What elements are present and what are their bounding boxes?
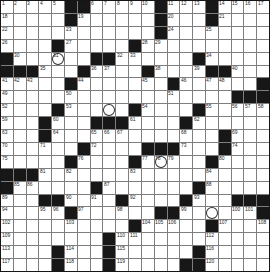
cell-r10c5[interactable]: 60 xyxy=(52,117,64,129)
cell-r8c7[interactable] xyxy=(78,91,90,103)
cell-r21c6[interactable]: 118 xyxy=(65,259,77,271)
cell-r3c21[interactable] xyxy=(257,27,269,39)
cell-r17c8[interactable] xyxy=(91,207,103,219)
cell-r9c3[interactable] xyxy=(27,104,39,116)
cell-r14c16[interactable] xyxy=(193,169,205,181)
cell-r13c18[interactable]: 80 xyxy=(219,156,231,168)
cell-r9c12[interactable]: 54 xyxy=(142,104,154,116)
cell-r17c15[interactable]: 99 xyxy=(180,207,192,219)
cell-r8c13[interactable] xyxy=(155,91,167,103)
cell-r7c11[interactable] xyxy=(129,78,141,90)
cell-r20c17[interactable]: 116 xyxy=(206,246,218,258)
cell-r16c12[interactable] xyxy=(142,195,154,207)
cell-r3c19[interactable] xyxy=(232,27,244,39)
cell-r17c4[interactable]: 95 xyxy=(39,207,51,219)
cell-r1c10[interactable]: 8 xyxy=(116,1,128,13)
cell-r17c3[interactable] xyxy=(27,207,39,219)
cell-r14c12[interactable] xyxy=(142,169,154,181)
cell-r13c21[interactable] xyxy=(257,156,269,168)
cell-r15c13[interactable] xyxy=(155,182,167,194)
cell-r14c7[interactable] xyxy=(78,169,90,181)
cell-r9c15[interactable] xyxy=(180,104,192,116)
cell-r11c13[interactable] xyxy=(155,130,167,142)
cell-r4c4[interactable] xyxy=(39,40,51,52)
cell-r10c21[interactable] xyxy=(257,117,269,129)
cell-r8c4[interactable] xyxy=(39,91,51,103)
cell-r6c8[interactable]: 36 xyxy=(91,66,103,78)
cell-r1c18[interactable]: 14 xyxy=(219,1,231,13)
cell-r12c6[interactable] xyxy=(65,143,77,155)
cell-r14c11[interactable]: 83 xyxy=(129,169,141,181)
cell-r3c17[interactable]: 25 xyxy=(206,27,218,39)
cell-r19c3[interactable] xyxy=(27,233,39,245)
cell-r10c14[interactable] xyxy=(168,117,180,129)
cell-r5c7[interactable] xyxy=(78,53,90,65)
cell-r10c13[interactable] xyxy=(155,117,167,129)
cell-r3c15[interactable] xyxy=(180,27,192,39)
cell-r11c6[interactable] xyxy=(65,130,77,142)
cell-r6c21[interactable] xyxy=(257,66,269,78)
cell-r8c11[interactable] xyxy=(129,91,141,103)
cell-r9c1[interactable]: 52 xyxy=(1,104,13,116)
cell-r5c19[interactable] xyxy=(232,53,244,65)
cell-r9c14[interactable] xyxy=(168,104,180,116)
cell-r21c20[interactable] xyxy=(244,259,256,271)
cell-r9c21[interactable]: 58 xyxy=(257,104,269,116)
cell-r4c15[interactable] xyxy=(180,40,192,52)
cell-r21c3[interactable] xyxy=(27,259,39,271)
cell-r2c2[interactable] xyxy=(14,14,26,26)
cell-r2c8[interactable] xyxy=(91,14,103,26)
cell-r1c19[interactable]: 15 xyxy=(232,1,244,13)
cell-r11c19[interactable]: 69 xyxy=(232,130,244,142)
cell-r19c4[interactable] xyxy=(39,233,51,245)
cell-r6c11[interactable] xyxy=(129,66,141,78)
cell-r15c15[interactable] xyxy=(180,182,192,194)
cell-r15c5[interactable] xyxy=(52,182,64,194)
cell-r7c15[interactable]: 46 xyxy=(180,78,192,90)
cell-r21c14[interactable] xyxy=(168,259,180,271)
cell-r5c12[interactable] xyxy=(142,53,154,65)
cell-r12c15[interactable]: 73 xyxy=(180,143,192,155)
cell-r12c2[interactable] xyxy=(14,143,26,155)
cell-r15c9[interactable]: 87 xyxy=(103,182,115,194)
cell-r11c12[interactable] xyxy=(142,130,154,142)
cell-r17c2[interactable] xyxy=(14,207,26,219)
cell-r5c2[interactable]: 30 xyxy=(14,53,26,65)
cell-r10c20[interactable] xyxy=(244,117,256,129)
cell-r21c10[interactable]: 119 xyxy=(116,259,128,271)
cell-r21c8[interactable] xyxy=(91,259,103,271)
cell-r12c8[interactable]: 72 xyxy=(91,143,103,155)
cell-r1c2[interactable]: 2 xyxy=(14,1,26,13)
cell-r7c20[interactable] xyxy=(244,78,256,90)
cell-r14c14[interactable] xyxy=(168,169,180,181)
cell-r10c11[interactable]: 61 xyxy=(129,117,141,129)
cell-r12c9[interactable] xyxy=(103,143,115,155)
cell-r3c10[interactable] xyxy=(116,27,128,39)
cell-r12c5[interactable] xyxy=(52,143,64,155)
cell-r11c10[interactable]: 67 xyxy=(116,130,128,142)
cell-r21c7[interactable] xyxy=(78,259,90,271)
cell-r15c6[interactable] xyxy=(65,182,77,194)
cell-r3c12[interactable] xyxy=(142,27,154,39)
cell-r3c5[interactable] xyxy=(52,27,64,39)
cell-r5c11[interactable]: 33 xyxy=(129,53,141,65)
cell-r15c2[interactable]: 85 xyxy=(14,182,26,194)
cell-r11c1[interactable]: 63 xyxy=(1,130,13,142)
cell-r5c21[interactable] xyxy=(257,53,269,65)
cell-r19c15[interactable] xyxy=(180,233,192,245)
cell-r7c3[interactable]: 43 xyxy=(27,78,39,90)
cell-r5c20[interactable] xyxy=(244,53,256,65)
cell-r19c8[interactable] xyxy=(91,233,103,245)
cell-r5c6[interactable] xyxy=(65,53,77,65)
cell-r3c6[interactable]: 23 xyxy=(65,27,77,39)
cell-r4c17[interactable] xyxy=(206,40,218,52)
cell-r18c14[interactable]: 106 xyxy=(168,220,180,232)
cell-r12c17[interactable] xyxy=(206,143,218,155)
cell-r15c12[interactable] xyxy=(142,182,154,194)
cell-r2c19[interactable] xyxy=(232,14,244,26)
cell-r1c14[interactable]: 11 xyxy=(168,1,180,13)
cell-r8c14[interactable]: 51 xyxy=(168,91,180,103)
cell-r13c5[interactable] xyxy=(52,156,64,168)
cell-r2c20[interactable] xyxy=(244,14,256,26)
cell-r2c4[interactable] xyxy=(39,14,51,26)
cell-r7c5[interactable] xyxy=(52,78,64,90)
cell-r8c17[interactable] xyxy=(206,91,218,103)
cell-r12c20[interactable] xyxy=(244,143,256,155)
cell-r4c1[interactable]: 26 xyxy=(1,40,13,52)
cell-r9c19[interactable]: 56 xyxy=(232,104,244,116)
cell-r19c2[interactable] xyxy=(14,233,26,245)
cell-r1c5[interactable]: 5 xyxy=(52,1,64,13)
cell-r12c19[interactable]: 74 xyxy=(232,143,244,155)
cell-r17c17[interactable] xyxy=(206,207,218,219)
cell-r14c6[interactable]: 82 xyxy=(65,169,77,181)
cell-r13c14[interactable]: 79 xyxy=(168,156,180,168)
cell-r4c3[interactable] xyxy=(27,40,39,52)
cell-r4c13[interactable]: 29 xyxy=(155,40,167,52)
cell-r1c8[interactable]: 6 xyxy=(91,1,103,13)
cell-r15c3[interactable]: 86 xyxy=(27,182,39,194)
cell-r5c18[interactable] xyxy=(219,53,231,65)
cell-r7c8[interactable] xyxy=(91,78,103,90)
cell-r20c8[interactable] xyxy=(91,246,103,258)
cell-r10c6[interactable] xyxy=(65,117,77,129)
cell-r15c4[interactable] xyxy=(39,182,51,194)
cell-r20c18[interactable] xyxy=(219,246,231,258)
cell-r11c11[interactable] xyxy=(129,130,141,142)
cell-r10c7[interactable] xyxy=(78,117,90,129)
cell-r15c18[interactable] xyxy=(219,182,231,194)
cell-r4c10[interactable] xyxy=(116,40,128,52)
cell-r7c9[interactable] xyxy=(103,78,115,90)
cell-r7c1[interactable]: 41 xyxy=(1,78,13,90)
cell-r18c19[interactable] xyxy=(232,220,244,232)
cell-r4c12[interactable]: 28 xyxy=(142,40,154,52)
cell-r10c18[interactable] xyxy=(219,117,231,129)
cell-r12c21[interactable] xyxy=(257,143,269,155)
cell-r11c7[interactable] xyxy=(78,130,90,142)
cell-r18c9[interactable] xyxy=(103,220,115,232)
cell-r5c3[interactable] xyxy=(27,53,39,65)
cell-r15c17[interactable]: 88 xyxy=(206,182,218,194)
cell-r9c18[interactable] xyxy=(219,104,231,116)
cell-r14c17[interactable]: 84 xyxy=(206,169,218,181)
cell-r13c12[interactable]: 77 xyxy=(142,156,154,168)
cell-r12c1[interactable]: 70 xyxy=(1,143,13,155)
cell-r13c9[interactable] xyxy=(103,156,115,168)
cell-r10c1[interactable]: 59 xyxy=(1,117,13,129)
cell-r19c20[interactable] xyxy=(244,233,256,245)
cell-r11c14[interactable] xyxy=(168,130,180,142)
cell-r15c19[interactable] xyxy=(232,182,244,194)
cell-r18c1[interactable]: 102 xyxy=(1,220,13,232)
cell-r12c11[interactable] xyxy=(129,143,141,155)
cell-r6c5[interactable] xyxy=(52,66,64,78)
cell-r9c4[interactable] xyxy=(39,104,51,116)
cell-r6c20[interactable] xyxy=(244,66,256,78)
cell-r18c16[interactable] xyxy=(193,220,205,232)
cell-r11c21[interactable] xyxy=(257,130,269,142)
cell-r21c17[interactable]: 120 xyxy=(206,259,218,271)
cell-r13c10[interactable] xyxy=(116,156,128,168)
cell-r20c11[interactable] xyxy=(129,246,141,258)
cell-r20c6[interactable]: 114 xyxy=(65,246,77,258)
cell-r4c2[interactable] xyxy=(14,40,26,52)
cell-r20c15[interactable] xyxy=(180,246,192,258)
cell-r12c10[interactable] xyxy=(116,143,128,155)
cell-r17c10[interactable]: 98 xyxy=(116,207,128,219)
cell-r5c15[interactable] xyxy=(180,53,192,65)
cell-r20c14[interactable] xyxy=(168,246,180,258)
cell-r11c17[interactable] xyxy=(206,130,218,142)
cell-r20c3[interactable] xyxy=(27,246,39,258)
cell-r8c1[interactable]: 49 xyxy=(1,91,13,103)
cell-r20c4[interactable] xyxy=(39,246,51,258)
cell-r16c18[interactable] xyxy=(219,195,231,207)
cell-r3c14[interactable]: 24 xyxy=(168,27,180,39)
cell-r8c6[interactable]: 50 xyxy=(65,91,77,103)
cell-r18c20[interactable] xyxy=(244,220,256,232)
cell-r18c2[interactable] xyxy=(14,220,26,232)
cell-r8c16[interactable] xyxy=(193,91,205,103)
cell-r11c20[interactable] xyxy=(244,130,256,142)
cell-r16c9[interactable] xyxy=(103,195,115,207)
cell-r13c2[interactable] xyxy=(14,156,26,168)
cell-r19c19[interactable] xyxy=(232,233,244,245)
cell-r6c9[interactable]: 37 xyxy=(103,66,115,78)
cell-r2c11[interactable] xyxy=(129,14,141,26)
cell-r3c20[interactable] xyxy=(244,27,256,39)
cell-r3c2[interactable] xyxy=(14,27,26,39)
cell-r19c13[interactable] xyxy=(155,233,167,245)
cell-r11c5[interactable]: 64 xyxy=(52,130,64,142)
cell-r21c11[interactable] xyxy=(129,259,141,271)
cell-r15c11[interactable] xyxy=(129,182,141,194)
cell-r21c18[interactable] xyxy=(219,259,231,271)
cell-r14c4[interactable]: 81 xyxy=(39,169,51,181)
cell-r16c1[interactable]: 89 xyxy=(1,195,13,207)
cell-r13c1[interactable]: 75 xyxy=(1,156,13,168)
cell-r18c3[interactable] xyxy=(27,220,39,232)
cell-r18c18[interactable]: 107 xyxy=(219,220,231,232)
cell-r19c6[interactable] xyxy=(65,233,77,245)
cell-r3c3[interactable] xyxy=(27,27,39,39)
cell-r1c20[interactable]: 16 xyxy=(244,1,256,13)
cell-r16c3[interactable] xyxy=(27,195,39,207)
cell-r13c19[interactable] xyxy=(232,156,244,168)
cell-r7c17[interactable]: 47 xyxy=(206,78,218,90)
cell-r5c4[interactable] xyxy=(39,53,51,65)
cell-r8c12[interactable] xyxy=(142,91,154,103)
cell-r20c20[interactable] xyxy=(244,246,256,258)
cell-r6c16[interactable]: 39 xyxy=(193,66,205,78)
cell-r18c10[interactable] xyxy=(116,220,128,232)
cell-r13c4[interactable] xyxy=(39,156,51,168)
cell-r6c14[interactable] xyxy=(168,66,180,78)
cell-r7c7[interactable]: 44 xyxy=(78,78,90,90)
cell-r11c16[interactable] xyxy=(193,130,205,142)
cell-r18c12[interactable]: 104 xyxy=(142,220,154,232)
cell-r17c18[interactable] xyxy=(219,207,231,219)
cell-r5c5[interactable]: 31 xyxy=(52,53,64,65)
cell-r4c8[interactable] xyxy=(91,40,103,52)
cell-r13c20[interactable] xyxy=(244,156,256,168)
cell-r21c13[interactable] xyxy=(155,259,167,271)
cell-r18c6[interactable]: 103 xyxy=(65,220,77,232)
cell-r18c15[interactable] xyxy=(180,220,192,232)
cell-r1c15[interactable]: 12 xyxy=(180,1,192,13)
cell-r6c13[interactable]: 38 xyxy=(155,66,167,78)
cell-r19c16[interactable] xyxy=(193,233,205,245)
cell-r19c17[interactable]: 112 xyxy=(206,233,218,245)
cell-r9c2[interactable] xyxy=(14,104,26,116)
cell-r8c2[interactable] xyxy=(14,91,26,103)
cell-r8c3[interactable] xyxy=(27,91,39,103)
cell-r11c9[interactable]: 66 xyxy=(103,130,115,142)
cell-r2c21[interactable] xyxy=(257,14,269,26)
cell-r9c8[interactable] xyxy=(91,104,103,116)
cell-r6c4[interactable]: 35 xyxy=(39,66,51,78)
cell-r8c15[interactable] xyxy=(180,91,192,103)
cell-r16c16[interactable]: 93 xyxy=(193,195,205,207)
cell-r13c13[interactable]: 78 xyxy=(155,156,167,168)
cell-r7c13[interactable] xyxy=(155,78,167,90)
cell-r1c1[interactable]: 1 xyxy=(1,1,13,13)
cell-r12c4[interactable]: 71 xyxy=(39,143,51,155)
cell-r19c14[interactable] xyxy=(168,233,180,245)
cell-r14c15[interactable] xyxy=(180,169,192,181)
cell-r14c19[interactable] xyxy=(232,169,244,181)
cell-r1c21[interactable]: 17 xyxy=(257,1,269,13)
cell-r2c15[interactable] xyxy=(180,14,192,26)
cell-r20c2[interactable] xyxy=(14,246,26,258)
cell-r14c21[interactable] xyxy=(257,169,269,181)
cell-r14c13[interactable] xyxy=(155,169,167,181)
cell-r19c7[interactable] xyxy=(78,233,90,245)
cell-r7c19[interactable] xyxy=(232,78,244,90)
cell-r11c3[interactable] xyxy=(27,130,39,142)
cell-r5c10[interactable]: 32 xyxy=(116,53,128,65)
cell-r16c11[interactable]: 92 xyxy=(129,195,141,207)
cell-r16c2[interactable] xyxy=(14,195,26,207)
cell-r19c11[interactable]: 111 xyxy=(129,233,141,245)
cell-r10c3[interactable] xyxy=(27,117,39,129)
cell-r8c9[interactable] xyxy=(103,91,115,103)
cell-r3c1[interactable]: 22 xyxy=(1,27,13,39)
cell-r19c1[interactable]: 109 xyxy=(1,233,13,245)
cell-r15c21[interactable] xyxy=(257,182,269,194)
cell-r19c21[interactable] xyxy=(257,233,269,245)
cell-r15c10[interactable] xyxy=(116,182,128,194)
cell-r7c2[interactable]: 42 xyxy=(14,78,26,90)
cell-r20c7[interactable] xyxy=(78,246,90,258)
cell-r15c20[interactable] xyxy=(244,182,256,194)
cell-r4c20[interactable] xyxy=(244,40,256,52)
cell-r7c18[interactable]: 48 xyxy=(219,78,231,90)
cell-r12c16[interactable] xyxy=(193,143,205,155)
cell-r18c4[interactable] xyxy=(39,220,51,232)
cell-r14c5[interactable] xyxy=(52,169,64,181)
cell-r16c8[interactable]: 91 xyxy=(91,195,103,207)
cell-r20c10[interactable]: 115 xyxy=(116,246,128,258)
cell-r20c21[interactable] xyxy=(257,246,269,258)
cell-r3c8[interactable] xyxy=(91,27,103,39)
cell-r2c12[interactable] xyxy=(142,14,154,26)
cell-r2c10[interactable] xyxy=(116,14,128,26)
cell-r3c16[interactable] xyxy=(193,27,205,39)
cell-r17c5[interactable]: 96 xyxy=(52,207,64,219)
cell-r3c18[interactable] xyxy=(219,27,231,39)
cell-r7c16[interactable] xyxy=(193,78,205,90)
cell-r21c4[interactable] xyxy=(39,259,51,271)
cell-r21c2[interactable] xyxy=(14,259,26,271)
cell-r20c12[interactable] xyxy=(142,246,154,258)
cell-r1c16[interactable]: 13 xyxy=(193,1,205,13)
cell-r3c11[interactable] xyxy=(129,27,141,39)
cell-r9c20[interactable]: 57 xyxy=(244,104,256,116)
cell-r4c21[interactable] xyxy=(257,40,269,52)
cell-r6c10[interactable] xyxy=(116,66,128,78)
cell-r5c14[interactable] xyxy=(168,53,180,65)
cell-r2c16[interactable] xyxy=(193,14,205,26)
cell-r15c7[interactable] xyxy=(78,182,90,194)
cell-r11c15[interactable]: 68 xyxy=(180,130,192,142)
cell-r10c12[interactable] xyxy=(142,117,154,129)
cell-r10c16[interactable]: 62 xyxy=(193,117,205,129)
cell-r1c4[interactable]: 4 xyxy=(39,1,51,13)
cell-r21c1[interactable]: 117 xyxy=(1,259,13,271)
cell-r17c16[interactable] xyxy=(193,207,205,219)
cell-r3c4[interactable] xyxy=(39,27,51,39)
cell-r16c6[interactable]: 90 xyxy=(65,195,77,207)
cell-r19c10[interactable]: 110 xyxy=(116,233,128,245)
cell-r2c18[interactable]: 21 xyxy=(219,14,231,26)
cell-r1c3[interactable]: 3 xyxy=(27,1,39,13)
cell-r5c13[interactable] xyxy=(155,53,167,65)
cell-r9c7[interactable] xyxy=(78,104,90,116)
cell-r20c13[interactable] xyxy=(155,246,167,258)
cell-r14c9[interactable] xyxy=(103,169,115,181)
cell-r16c17[interactable] xyxy=(206,195,218,207)
cell-r13c15[interactable] xyxy=(180,156,192,168)
cell-r2c14[interactable]: 20 xyxy=(168,14,180,26)
cell-r17c1[interactable]: 94 xyxy=(1,207,13,219)
cell-r4c14[interactable] xyxy=(168,40,180,52)
